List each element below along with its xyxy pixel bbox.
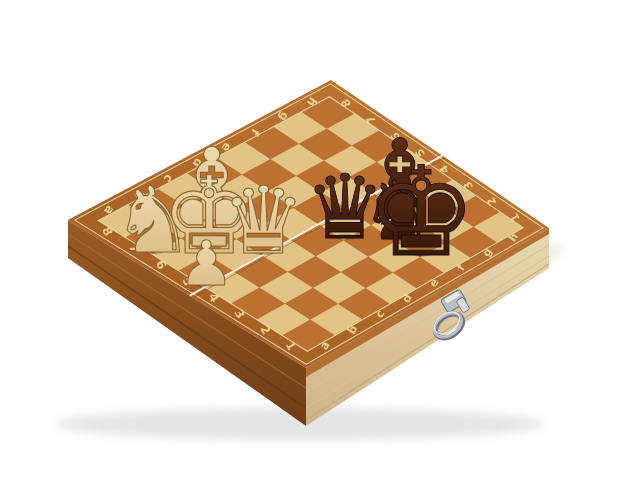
- black-king-glyph: ♚: [366, 140, 477, 284]
- chessboard-photo: 1122334455667788aabbccddeeffgghh♝♝♛♞♞♚♛♚…: [0, 0, 640, 480]
- piece-white-pawn: ♟: [178, 227, 234, 300]
- product-photo-scene: 1122334455667788aabbccddeeffgghh♝♝♛♞♞♚♛♚…: [0, 0, 640, 480]
- piece-black-king: ♚: [366, 140, 477, 284]
- white-pawn-glyph: ♟: [178, 227, 234, 300]
- piece-white-queen: ♛: [222, 166, 306, 275]
- white-queen-glyph: ♛: [222, 166, 306, 275]
